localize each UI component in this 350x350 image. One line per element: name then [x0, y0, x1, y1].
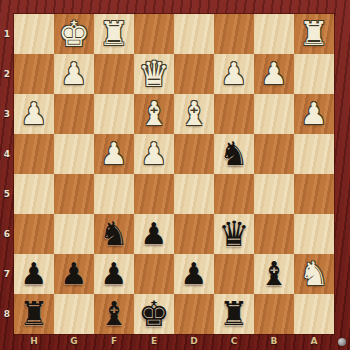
white-pawn-h3[interactable]: ♟: [21, 94, 48, 134]
board: ♚♜♜♟♛♟♟♟♝♝♟♟♟♞♞♟♛♟♟♟♟♝♞♜♝♚♜: [14, 14, 334, 334]
black-knight-c4[interactable]: ♞: [219, 134, 249, 174]
square-h6[interactable]: [14, 214, 54, 254]
square-b5[interactable]: [254, 174, 294, 214]
file-label-h: H: [14, 334, 54, 350]
square-c7[interactable]: [214, 254, 254, 294]
square-f1[interactable]: ♜: [94, 14, 134, 54]
square-a8[interactable]: [294, 294, 334, 334]
white-rook-a1[interactable]: ♜: [299, 14, 329, 54]
square-g2[interactable]: ♟: [54, 54, 94, 94]
white-queen-e2[interactable]: ♛: [138, 54, 169, 94]
logo-dot-icon: [338, 338, 346, 346]
black-rook-h8[interactable]: ♜: [19, 294, 49, 334]
file-label-b: B: [254, 334, 294, 350]
white-pawn-e4[interactable]: ♟: [141, 134, 168, 174]
square-a6[interactable]: [294, 214, 334, 254]
rank-label-1: 1: [0, 14, 14, 54]
rank-label-7: 7: [0, 254, 14, 294]
square-g5[interactable]: [54, 174, 94, 214]
black-pawn-g7[interactable]: ♟: [61, 254, 88, 294]
white-king-g1[interactable]: ♚: [58, 14, 89, 54]
square-a5[interactable]: [294, 174, 334, 214]
rank-label-8: 8: [0, 294, 14, 334]
file-label-c: C: [214, 334, 254, 350]
square-d1[interactable]: [174, 14, 214, 54]
white-pawn-a3[interactable]: ♟: [301, 94, 328, 134]
black-knight-f6[interactable]: ♞: [99, 214, 129, 254]
square-b1[interactable]: [254, 14, 294, 54]
black-pawn-f7[interactable]: ♟: [101, 254, 128, 294]
square-f7[interactable]: ♟: [94, 254, 134, 294]
square-c3[interactable]: [214, 94, 254, 134]
square-d6[interactable]: [174, 214, 214, 254]
file-label-d: D: [174, 334, 214, 350]
square-e6[interactable]: ♟: [134, 214, 174, 254]
square-h3[interactable]: ♟: [14, 94, 54, 134]
black-pawn-e6[interactable]: ♟: [141, 214, 168, 254]
file-labels: HGFEDCBA: [14, 334, 334, 350]
square-f3[interactable]: [94, 94, 134, 134]
square-f5[interactable]: [94, 174, 134, 214]
square-c4[interactable]: ♞: [214, 134, 254, 174]
square-e2[interactable]: ♛: [134, 54, 174, 94]
white-rook-f1[interactable]: ♜: [99, 14, 129, 54]
white-bishop-d3[interactable]: ♝: [179, 94, 209, 134]
black-pawn-h7[interactable]: ♟: [21, 254, 48, 294]
white-knight-a7[interactable]: ♞: [299, 254, 329, 294]
black-queen-c6[interactable]: ♛: [218, 214, 249, 254]
square-e3[interactable]: ♝: [134, 94, 174, 134]
square-b3[interactable]: [254, 94, 294, 134]
white-pawn-f4[interactable]: ♟: [101, 134, 128, 174]
square-f6[interactable]: ♞: [94, 214, 134, 254]
square-a2[interactable]: [294, 54, 334, 94]
white-bishop-e3[interactable]: ♝: [139, 94, 169, 134]
square-d8[interactable]: [174, 294, 214, 334]
square-c1[interactable]: [214, 14, 254, 54]
black-king-e8[interactable]: ♚: [138, 294, 169, 334]
square-b7[interactable]: ♝: [254, 254, 294, 294]
square-c6[interactable]: ♛: [214, 214, 254, 254]
square-d5[interactable]: [174, 174, 214, 214]
square-g3[interactable]: [54, 94, 94, 134]
square-a4[interactable]: [294, 134, 334, 174]
white-pawn-c2[interactable]: ♟: [221, 54, 248, 94]
square-f4[interactable]: ♟: [94, 134, 134, 174]
square-b6[interactable]: [254, 214, 294, 254]
square-a7[interactable]: ♞: [294, 254, 334, 294]
square-g6[interactable]: [54, 214, 94, 254]
black-bishop-b7[interactable]: ♝: [259, 254, 289, 294]
chessboard-widget: ♚♜♜♟♛♟♟♟♝♝♟♟♟♞♞♟♛♟♟♟♟♝♞♜♝♚♜ 12345678 HGF…: [0, 0, 350, 350]
square-d2[interactable]: [174, 54, 214, 94]
square-c2[interactable]: ♟: [214, 54, 254, 94]
square-d4[interactable]: [174, 134, 214, 174]
square-e8[interactable]: ♚: [134, 294, 174, 334]
square-h2[interactable]: [14, 54, 54, 94]
square-d7[interactable]: ♟: [174, 254, 214, 294]
square-e5[interactable]: [134, 174, 174, 214]
file-label-f: F: [94, 334, 134, 350]
rank-label-5: 5: [0, 174, 14, 214]
square-b2[interactable]: ♟: [254, 54, 294, 94]
white-pawn-b2[interactable]: ♟: [261, 54, 288, 94]
square-c5[interactable]: [214, 174, 254, 214]
black-rook-c8[interactable]: ♜: [219, 294, 249, 334]
rank-labels: 12345678: [0, 14, 14, 334]
square-d3[interactable]: ♝: [174, 94, 214, 134]
square-h5[interactable]: [14, 174, 54, 214]
file-label-a: A: [294, 334, 334, 350]
square-h7[interactable]: ♟: [14, 254, 54, 294]
rank-label-4: 4: [0, 134, 14, 174]
white-pawn-g2[interactable]: ♟: [61, 54, 88, 94]
square-b4[interactable]: [254, 134, 294, 174]
square-f2[interactable]: [94, 54, 134, 94]
square-a3[interactable]: ♟: [294, 94, 334, 134]
black-bishop-f8[interactable]: ♝: [99, 294, 129, 334]
square-h8[interactable]: ♜: [14, 294, 54, 334]
rank-label-3: 3: [0, 94, 14, 134]
file-label-g: G: [54, 334, 94, 350]
square-e1[interactable]: [134, 14, 174, 54]
square-e7[interactable]: [134, 254, 174, 294]
square-b8[interactable]: [254, 294, 294, 334]
square-f8[interactable]: ♝: [94, 294, 134, 334]
square-g4[interactable]: [54, 134, 94, 174]
square-a1[interactable]: ♜: [294, 14, 334, 54]
square-c8[interactable]: ♜: [214, 294, 254, 334]
black-pawn-d7[interactable]: ♟: [181, 254, 208, 294]
square-g1[interactable]: ♚: [54, 14, 94, 54]
square-e4[interactable]: ♟: [134, 134, 174, 174]
square-h4[interactable]: [14, 134, 54, 174]
rank-label-2: 2: [0, 54, 14, 94]
file-label-e: E: [134, 334, 174, 350]
square-g8[interactable]: [54, 294, 94, 334]
rank-label-6: 6: [0, 214, 14, 254]
square-g7[interactable]: ♟: [54, 254, 94, 294]
square-h1[interactable]: [14, 14, 54, 54]
